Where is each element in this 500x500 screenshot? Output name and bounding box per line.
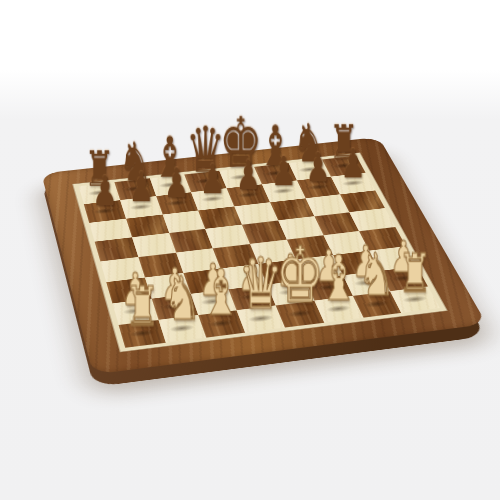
square-h6[interactable] — [340, 190, 385, 212]
square-e1[interactable]: ♚ — [276, 301, 324, 328]
square-a7[interactable]: ♟ — [84, 200, 126, 223]
piece-white-bishop[interactable]: ♝ — [319, 247, 358, 309]
piece-black-pawn[interactable]: ♟ — [92, 170, 118, 211]
piece-black-pawn[interactable]: ♟ — [200, 158, 226, 199]
board-grid: ♜♞♝♛♚♝♞♜♟♟♟♟♟♟♟♟♟♟♟♟♟♟♟♟♜♞♝♛♚♝♞♜ — [79, 156, 440, 348]
square-a6[interactable] — [89, 218, 132, 241]
square-c1[interactable]: ♝ — [198, 310, 246, 337]
square-b7[interactable]: ♟ — [120, 196, 162, 218]
square-d1[interactable]: ♛ — [237, 306, 285, 333]
piece-black-pawn[interactable]: ♟ — [306, 147, 331, 187]
chess-board: ♜♞♝♛♚♝♞♜♟♟♟♟♟♟♟♟♟♟♟♟♟♟♟♟♜♞♝♛♚♝♞♜ — [41, 137, 486, 374]
piece-black-pawn[interactable]: ♟ — [340, 143, 365, 183]
square-b1[interactable]: ♞ — [158, 315, 205, 342]
piece-white-knight[interactable]: ♞ — [163, 268, 201, 328]
piece-black-pawn[interactable]: ♟ — [164, 162, 190, 203]
board-playing-field: ♜♞♝♛♚♝♞♜♟♟♟♟♟♟♟♟♟♟♟♟♟♟♟♟♜♞♝♛♚♝♞♜ — [72, 152, 448, 352]
square-g1[interactable]: ♞ — [353, 291, 402, 317]
square-b6[interactable] — [126, 214, 169, 237]
square-a1[interactable]: ♜ — [119, 320, 166, 348]
piece-white-queen[interactable]: ♛ — [239, 248, 284, 319]
piece-white-bishop[interactable]: ♝ — [202, 261, 242, 324]
piece-white-rook[interactable]: ♜ — [398, 246, 432, 300]
piece-black-pawn[interactable]: ♟ — [271, 151, 296, 191]
piece-black-pawn[interactable]: ♟ — [235, 155, 261, 196]
piece-white-rook[interactable]: ♜ — [125, 279, 160, 334]
piece-black-pawn[interactable]: ♟ — [128, 166, 154, 207]
piece-white-knight[interactable]: ♞ — [358, 245, 395, 304]
chess-set-photo-scene: ♜♞♝♛♚♝♞♜♟♟♟♟♟♟♟♟♟♟♟♟♟♟♟♟♜♞♝♛♚♝♞♜ — [0, 0, 500, 500]
